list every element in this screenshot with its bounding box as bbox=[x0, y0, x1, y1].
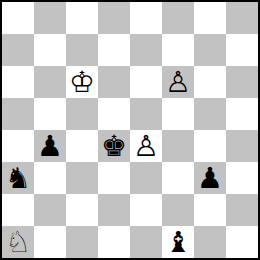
square-b7[interactable] bbox=[34, 34, 66, 66]
square-b5[interactable] bbox=[34, 98, 66, 130]
white-king[interactable]: ♔ bbox=[66, 66, 98, 98]
square-b2[interactable] bbox=[34, 194, 66, 226]
square-e8[interactable] bbox=[130, 2, 162, 34]
square-d1[interactable] bbox=[98, 226, 130, 258]
square-h2[interactable] bbox=[226, 194, 258, 226]
square-f2[interactable] bbox=[162, 194, 194, 226]
black-pawn[interactable]: ♟ bbox=[194, 162, 226, 194]
square-b4[interactable]: ♟ bbox=[34, 130, 66, 162]
square-d3[interactable] bbox=[98, 162, 130, 194]
square-c3[interactable] bbox=[66, 162, 98, 194]
square-d8[interactable] bbox=[98, 2, 130, 34]
square-c8[interactable] bbox=[66, 2, 98, 34]
square-d7[interactable] bbox=[98, 34, 130, 66]
black-bishop[interactable]: ♝ bbox=[162, 226, 194, 258]
square-f4[interactable] bbox=[162, 130, 194, 162]
square-a8[interactable] bbox=[2, 2, 34, 34]
chess-diagram: ♔♙♟♚♙♞♟♘♝ bbox=[0, 0, 260, 260]
square-c2[interactable] bbox=[66, 194, 98, 226]
black-king[interactable]: ♚ bbox=[98, 130, 130, 162]
square-e5[interactable] bbox=[130, 98, 162, 130]
square-c1[interactable] bbox=[66, 226, 98, 258]
square-f3[interactable] bbox=[162, 162, 194, 194]
square-h4[interactable] bbox=[226, 130, 258, 162]
square-a1[interactable]: ♘ bbox=[2, 226, 34, 258]
square-c4[interactable] bbox=[66, 130, 98, 162]
square-g2[interactable] bbox=[194, 194, 226, 226]
square-d2[interactable] bbox=[98, 194, 130, 226]
square-d6[interactable] bbox=[98, 66, 130, 98]
black-knight[interactable]: ♞ bbox=[2, 162, 34, 194]
square-c7[interactable] bbox=[66, 34, 98, 66]
square-a6[interactable] bbox=[2, 66, 34, 98]
white-knight[interactable]: ♘ bbox=[2, 226, 34, 258]
square-f1[interactable]: ♝ bbox=[162, 226, 194, 258]
square-g3[interactable]: ♟ bbox=[194, 162, 226, 194]
white-pawn[interactable]: ♙ bbox=[162, 66, 194, 98]
square-h6[interactable] bbox=[226, 66, 258, 98]
square-e4[interactable]: ♙ bbox=[130, 130, 162, 162]
square-g8[interactable] bbox=[194, 2, 226, 34]
black-pawn[interactable]: ♟ bbox=[34, 130, 66, 162]
square-e6[interactable] bbox=[130, 66, 162, 98]
square-f7[interactable] bbox=[162, 34, 194, 66]
square-f6[interactable]: ♙ bbox=[162, 66, 194, 98]
square-b6[interactable] bbox=[34, 66, 66, 98]
square-e1[interactable] bbox=[130, 226, 162, 258]
square-h3[interactable] bbox=[226, 162, 258, 194]
square-h8[interactable] bbox=[226, 2, 258, 34]
square-e3[interactable] bbox=[130, 162, 162, 194]
square-a7[interactable] bbox=[2, 34, 34, 66]
square-h5[interactable] bbox=[226, 98, 258, 130]
square-f5[interactable] bbox=[162, 98, 194, 130]
square-h7[interactable] bbox=[226, 34, 258, 66]
square-d4[interactable]: ♚ bbox=[98, 130, 130, 162]
white-pawn[interactable]: ♙ bbox=[130, 130, 162, 162]
square-e2[interactable] bbox=[130, 194, 162, 226]
square-c5[interactable] bbox=[66, 98, 98, 130]
square-f8[interactable] bbox=[162, 2, 194, 34]
square-b1[interactable] bbox=[34, 226, 66, 258]
square-d5[interactable] bbox=[98, 98, 130, 130]
square-g1[interactable] bbox=[194, 226, 226, 258]
square-a4[interactable] bbox=[2, 130, 34, 162]
square-e7[interactable] bbox=[130, 34, 162, 66]
square-b3[interactable] bbox=[34, 162, 66, 194]
square-a2[interactable] bbox=[2, 194, 34, 226]
square-g7[interactable] bbox=[194, 34, 226, 66]
chess-board: ♔♙♟♚♙♞♟♘♝ bbox=[2, 2, 258, 258]
square-h1[interactable] bbox=[226, 226, 258, 258]
square-g4[interactable] bbox=[194, 130, 226, 162]
square-a5[interactable] bbox=[2, 98, 34, 130]
square-b8[interactable] bbox=[34, 2, 66, 34]
square-g6[interactable] bbox=[194, 66, 226, 98]
square-c6[interactable]: ♔ bbox=[66, 66, 98, 98]
square-g5[interactable] bbox=[194, 98, 226, 130]
square-a3[interactable]: ♞ bbox=[2, 162, 34, 194]
